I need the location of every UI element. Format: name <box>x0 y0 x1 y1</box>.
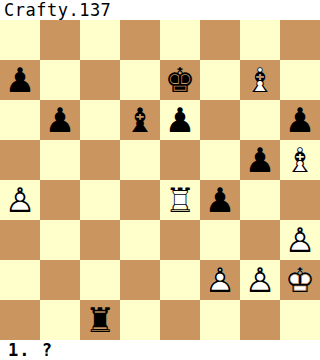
white-bishop[interactable]: ♝♗ <box>240 60 280 100</box>
square-e6[interactable]: ♟ <box>160 100 200 140</box>
square-b1[interactable] <box>40 300 80 340</box>
square-e1[interactable] <box>160 300 200 340</box>
piece-outline: ♙ <box>280 220 320 260</box>
square-h3[interactable]: ♟♙ <box>280 220 320 260</box>
square-g7[interactable]: ♝♗ <box>240 60 280 100</box>
square-e2[interactable] <box>160 260 200 300</box>
square-f4[interactable]: ♟ <box>200 180 240 220</box>
square-e3[interactable] <box>160 220 200 260</box>
piece-glyph: ♟ <box>280 100 320 140</box>
black-pawn[interactable]: ♟ <box>160 100 200 140</box>
white-king[interactable]: ♚♔ <box>280 260 320 300</box>
square-c6[interactable] <box>80 100 120 140</box>
black-pawn[interactable]: ♟ <box>200 180 240 220</box>
square-f5[interactable] <box>200 140 240 180</box>
piece-outline: ♔ <box>280 260 320 300</box>
square-f3[interactable] <box>200 220 240 260</box>
square-b8[interactable] <box>40 20 80 60</box>
piece-glyph: ♟ <box>0 60 40 100</box>
piece-outline: ♙ <box>0 180 40 220</box>
window-title: Crafty.137 <box>0 0 320 20</box>
square-f8[interactable] <box>200 20 240 60</box>
square-a7[interactable]: ♟ <box>0 60 40 100</box>
square-c8[interactable] <box>80 20 120 60</box>
black-rook[interactable]: ♜ <box>80 300 120 340</box>
square-d5[interactable] <box>120 140 160 180</box>
white-pawn[interactable]: ♟♙ <box>240 260 280 300</box>
piece-outline: ♙ <box>240 260 280 300</box>
square-b7[interactable] <box>40 60 80 100</box>
square-h2[interactable]: ♚♔ <box>280 260 320 300</box>
chess-board: ♟♚♝♗♟♝♟♟♟♝♗♟♙♜♖♟♟♙♟♙♟♙♚♔♜ <box>0 20 320 340</box>
square-h5[interactable]: ♝♗ <box>280 140 320 180</box>
piece-glyph: ♟ <box>160 100 200 140</box>
square-a4[interactable]: ♟♙ <box>0 180 40 220</box>
square-d2[interactable] <box>120 260 160 300</box>
square-a2[interactable] <box>0 260 40 300</box>
white-pawn[interactable]: ♟♙ <box>280 220 320 260</box>
piece-outline: ♗ <box>280 140 320 180</box>
square-f6[interactable] <box>200 100 240 140</box>
square-h1[interactable] <box>280 300 320 340</box>
white-rook[interactable]: ♜♖ <box>160 180 200 220</box>
black-pawn[interactable]: ♟ <box>240 140 280 180</box>
black-pawn[interactable]: ♟ <box>40 100 80 140</box>
square-a8[interactable] <box>0 20 40 60</box>
piece-outline: ♗ <box>240 60 280 100</box>
white-pawn[interactable]: ♟♙ <box>0 180 40 220</box>
square-d3[interactable] <box>120 220 160 260</box>
piece-glyph: ♟ <box>240 140 280 180</box>
white-bishop[interactable]: ♝♗ <box>280 140 320 180</box>
black-king[interactable]: ♚ <box>160 60 200 100</box>
square-c2[interactable] <box>80 260 120 300</box>
piece-glyph: ♟ <box>40 100 80 140</box>
square-a3[interactable] <box>0 220 40 260</box>
square-d1[interactable] <box>120 300 160 340</box>
piece-glyph: ♚ <box>160 60 200 100</box>
square-g1[interactable] <box>240 300 280 340</box>
piece-glyph: ♜ <box>80 300 120 340</box>
square-b2[interactable] <box>40 260 80 300</box>
square-h7[interactable] <box>280 60 320 100</box>
square-d8[interactable] <box>120 20 160 60</box>
move-prompt: 1. ? <box>0 340 320 360</box>
black-pawn[interactable]: ♟ <box>0 60 40 100</box>
square-a5[interactable] <box>0 140 40 180</box>
square-c4[interactable] <box>80 180 120 220</box>
square-e7[interactable]: ♚ <box>160 60 200 100</box>
white-pawn[interactable]: ♟♙ <box>200 260 240 300</box>
square-e5[interactable] <box>160 140 200 180</box>
square-g3[interactable] <box>240 220 280 260</box>
square-c5[interactable] <box>80 140 120 180</box>
black-bishop[interactable]: ♝ <box>120 100 160 140</box>
square-f7[interactable] <box>200 60 240 100</box>
square-d6[interactable]: ♝ <box>120 100 160 140</box>
square-c7[interactable] <box>80 60 120 100</box>
black-pawn[interactable]: ♟ <box>280 100 320 140</box>
square-a6[interactable] <box>0 100 40 140</box>
piece-outline: ♙ <box>200 260 240 300</box>
square-a1[interactable] <box>0 300 40 340</box>
piece-outline: ♖ <box>160 180 200 220</box>
square-b5[interactable] <box>40 140 80 180</box>
square-g4[interactable] <box>240 180 280 220</box>
square-e4[interactable]: ♜♖ <box>160 180 200 220</box>
square-b3[interactable] <box>40 220 80 260</box>
square-g5[interactable]: ♟ <box>240 140 280 180</box>
square-h4[interactable] <box>280 180 320 220</box>
square-c1[interactable]: ♜ <box>80 300 120 340</box>
square-g6[interactable] <box>240 100 280 140</box>
square-f1[interactable] <box>200 300 240 340</box>
square-e8[interactable] <box>160 20 200 60</box>
square-c3[interactable] <box>80 220 120 260</box>
piece-glyph: ♟ <box>200 180 240 220</box>
square-g2[interactable]: ♟♙ <box>240 260 280 300</box>
square-d7[interactable] <box>120 60 160 100</box>
square-b6[interactable]: ♟ <box>40 100 80 140</box>
square-g8[interactable] <box>240 20 280 60</box>
piece-glyph: ♝ <box>120 100 160 140</box>
square-h8[interactable] <box>280 20 320 60</box>
chess-diagram-window: Crafty.137 ♟♚♝♗♟♝♟♟♟♝♗♟♙♜♖♟♟♙♟♙♟♙♚♔♜ 1. … <box>0 0 320 360</box>
square-h6[interactable]: ♟ <box>280 100 320 140</box>
square-b4[interactable] <box>40 180 80 220</box>
square-f2[interactable]: ♟♙ <box>200 260 240 300</box>
square-d4[interactable] <box>120 180 160 220</box>
